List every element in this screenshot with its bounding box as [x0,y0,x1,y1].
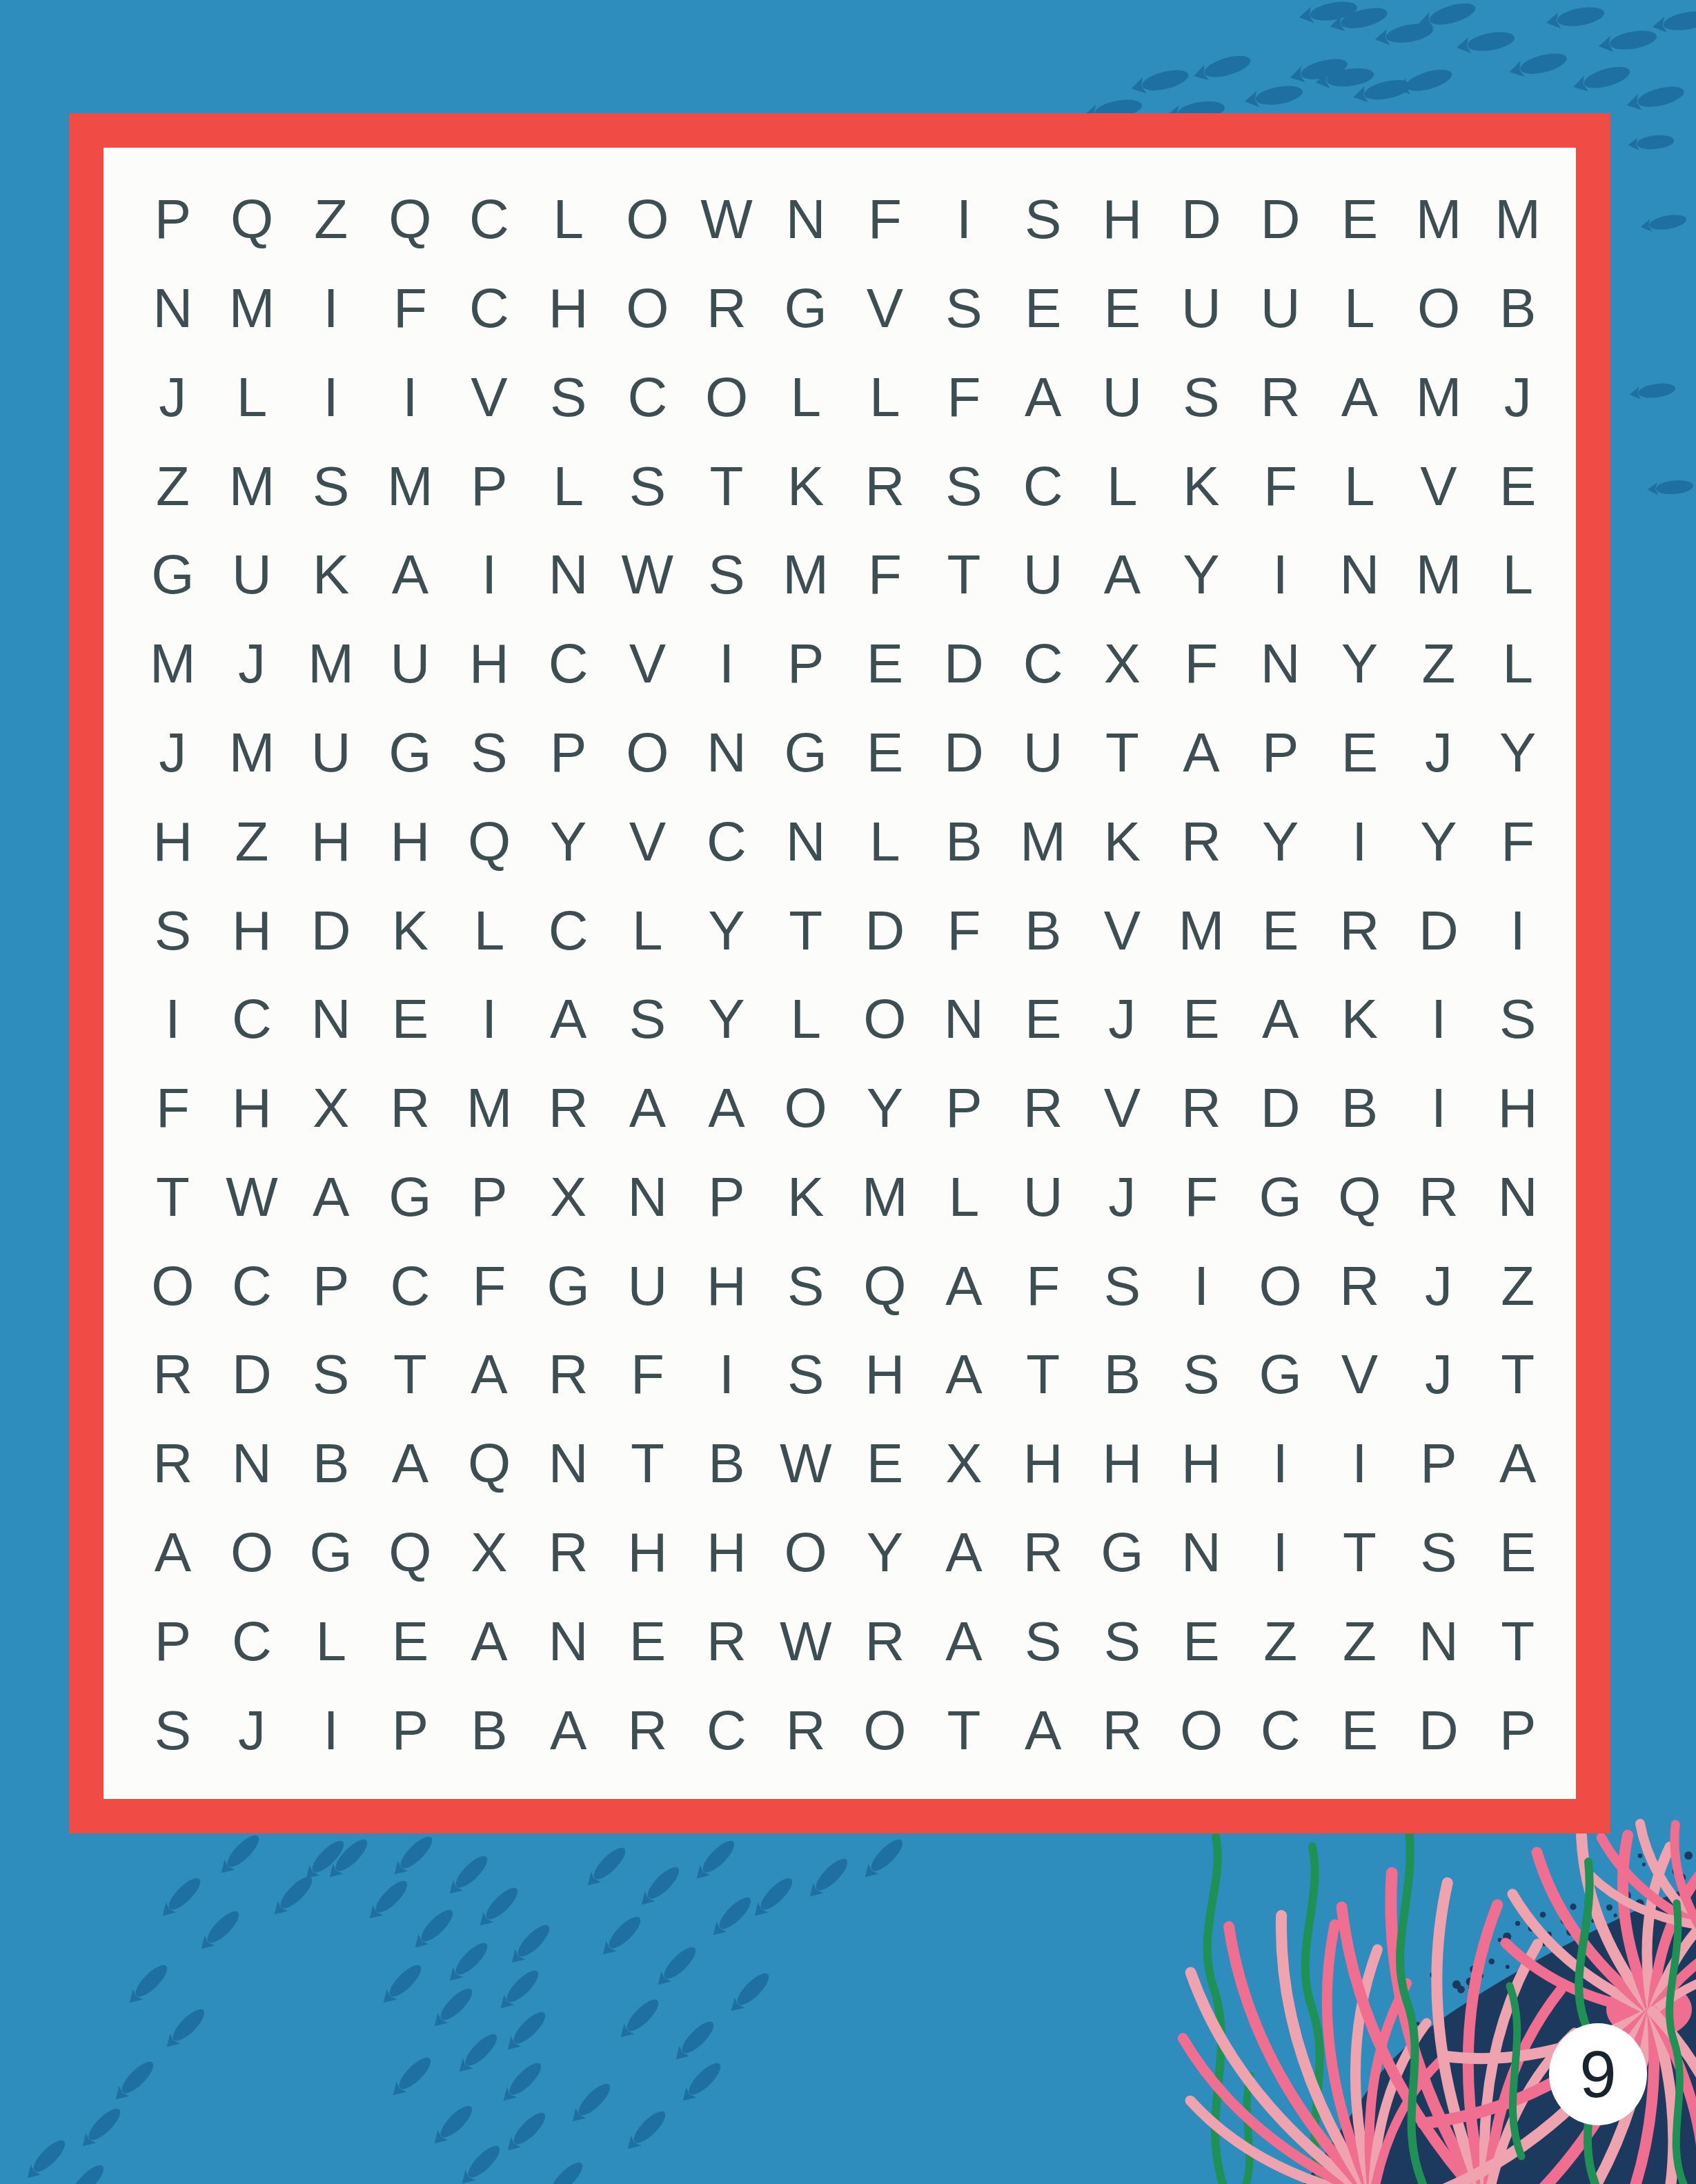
grid-cell: A [925,1597,1004,1686]
grid-letter: A [1025,370,1061,425]
fish-icon [444,1938,492,1986]
grid-cell: S [608,442,687,531]
grid-letter: P [708,1170,745,1225]
fish-icon [598,1912,645,1960]
grid-letter: X [313,1081,349,1136]
grid-letter: S [1104,1259,1141,1314]
fish-icon [1647,479,1695,496]
grid-letter: M [1416,547,1462,602]
fish-icon [860,1835,907,1882]
grid-letter: R [865,459,905,514]
grid-letter: H [1102,192,1142,247]
grid-cell: P [133,175,213,264]
grid-cell: V [1083,1064,1162,1153]
grid-letter: G [151,547,194,602]
grid-cell: M [213,442,292,531]
grid-letter: R [1102,1703,1142,1758]
grid-letter: Z [156,459,190,514]
grid-cell: H [291,797,371,886]
grid-letter: I [719,1347,734,1402]
grid-cell: E [1478,442,1557,531]
grid-cell: E [1320,175,1399,264]
grid-letter: Y [550,814,586,869]
grid-letter: K [787,459,824,514]
grid-cell: C [1241,1686,1320,1775]
grid-letter: L [1502,547,1533,602]
grid-letter: A [945,1525,982,1580]
seaweed-icon [1246,2076,1250,2184]
fish-icon [1545,4,1606,31]
grid-cell: Q [371,1508,450,1597]
grid-cell: D [1399,1686,1479,1775]
grid-letter: Q [863,1259,906,1314]
grid-letter: E [1183,1614,1219,1669]
grid-letter: Z [314,192,348,247]
grid-cell: Q [845,1241,925,1330]
grid-cell: K [1162,442,1241,531]
grid-letter: H [865,1347,905,1402]
fish-icon [22,2136,70,2183]
grid-cell: P [925,1064,1004,1153]
grid-letter: L [553,459,584,514]
grid-letter: D [232,1347,272,1402]
grid-letter: R [390,1081,430,1136]
grid-letter: V [1341,1347,1378,1402]
grid-letter: O [785,1081,827,1136]
fish-icon [1130,66,1191,97]
grid-letter: F [1263,459,1297,514]
grid-cell: Z [1241,1597,1320,1686]
grid-letter: L [949,1170,980,1225]
grid-letter: E [1341,192,1378,247]
grid-letter: E [1499,459,1536,514]
grid-cell: B [1083,1330,1162,1419]
grid-cell: B [1478,264,1557,353]
grid-cell: N [1478,1153,1557,1242]
grid-cell: L [529,442,608,531]
grid-cell: G [1083,1508,1162,1597]
grid-letter: T [947,1703,981,1758]
grid-cell: H [1003,1419,1083,1508]
grid-letter: L [553,192,584,247]
grid-cell: T [371,1330,450,1419]
fish-icon [622,2107,670,2154]
grid-letter: S [787,1259,824,1314]
grid-letter: R [1181,814,1221,869]
grid-cell: F [608,1330,687,1419]
grid-cell: H [529,264,608,353]
grid-cell: A [1320,353,1399,442]
grid-cell: I [133,975,213,1064]
grid-cell: T [1478,1597,1557,1686]
grid-letter: E [1104,281,1141,336]
grid-cell: K [766,1153,845,1242]
grid-cell: Y [1478,709,1557,798]
grid-cell: A [687,1064,767,1153]
grid-letter: U [1023,547,1063,602]
grid-cell: O [1241,1241,1320,1330]
grid-letter: S [1420,1525,1457,1580]
grid-letter: C [390,1259,430,1314]
grid-letter: Z [1343,1614,1377,1669]
grid-letter: F [156,1081,190,1136]
grid-letter: M [862,1170,908,1225]
speckle-dot [1570,1904,1576,1910]
grid-letter: M [229,459,275,514]
grid-letter: A [550,992,586,1047]
grid-letter: S [1025,1614,1061,1669]
fish-icon [475,1883,522,1931]
grid-cell: A [371,1419,450,1508]
grid-cell: S [766,1330,845,1419]
grid-letter: G [388,725,431,780]
grid-letter: P [1499,1703,1536,1758]
speckle-dot [1613,1914,1617,1917]
grid-letter: J [1108,992,1136,1047]
grid-letter: X [1104,636,1141,691]
grid-letter: W [700,192,753,247]
grid-cell: X [529,1153,608,1242]
grid-cell: D [1241,1064,1320,1153]
grid-cell: K [1083,797,1162,886]
grid-letter: F [1185,636,1219,691]
grid-cell: I [687,620,767,709]
grid-cell: I [1320,1419,1399,1508]
grid-cell: H [687,1508,767,1597]
grid-cell: J [1083,1153,1162,1242]
grid-cell: S [1399,1508,1479,1597]
grid-letter: N [549,547,589,602]
grid-letter: I [402,370,417,425]
grid-letter: A [392,1436,428,1491]
grid-cell: K [766,442,845,531]
grid-cell: D [1399,886,1479,975]
grid-letter: H [1498,1081,1538,1136]
grid-cell: M [450,1064,529,1153]
grid-cell: Z [133,442,213,531]
grid-cell: I [1241,1508,1320,1597]
grid-cell: C [529,886,608,975]
grid-cell: A [1162,709,1241,798]
fish-icon [410,1905,457,1953]
grid-cell: C [1003,442,1083,531]
grid-letter: U [1261,281,1301,336]
grid-cell: D [845,886,925,975]
fish-school-top-right-icon [1083,0,1696,124]
grid-cell: A [450,1330,529,1419]
grid-letter: J [238,1703,266,1758]
grid-cell: Q [371,175,450,264]
grid-letter: S [550,370,586,425]
speckle-dot [1642,1862,1646,1866]
grid-cell: A [529,975,608,1064]
grid-cell: I [1241,1419,1320,1508]
grid-cell: I [291,1686,371,1775]
grid-letter: W [622,547,674,602]
grid-letter: F [1026,1259,1060,1314]
grid-letter: N [1419,1614,1459,1669]
grid-letter: A [1183,725,1219,780]
grid-cell: W [766,1597,845,1686]
grid-letter: A [1104,547,1141,602]
grid-cell: S [1478,975,1557,1064]
grid-letter: J [1425,1259,1452,1314]
grid-cell: U [1241,264,1320,353]
grid-letter: Y [1420,814,1457,869]
grid-letter: Y [708,903,745,958]
grid-cell: L [1478,620,1557,709]
grid-letter: V [471,370,507,425]
grid-cell: N [133,264,213,353]
grid-letter: M [1495,192,1541,247]
grid-cell: H [608,1508,687,1597]
grid-letter: H [469,636,509,691]
grid-cell: L [766,353,845,442]
grid-cell: U [1003,531,1083,620]
grid-cell: R [529,1508,608,1597]
fish-icon [1639,213,1688,234]
grid-letter: Z [1501,1259,1535,1314]
grid-letter: V [1104,903,1141,958]
page-number-badge: 9 [1549,2023,1647,2125]
grid-cell: T [1320,1508,1399,1597]
grid-letter: T [393,1347,427,1402]
grid-letter: R [1023,1525,1063,1580]
grid-letter: N [944,992,984,1047]
grid-cell: W [213,1153,292,1242]
grid-letter: U [1023,1170,1063,1225]
speckle-dot [1606,1905,1613,1911]
fish-icon [429,1984,477,2031]
grid-letter: A [471,1347,507,1402]
grid-cell: L [845,353,925,442]
grid-letter: F [947,903,981,958]
grid-letter: U [311,725,351,780]
fish-icon [378,1960,426,2008]
grid-letter: G [1259,1347,1302,1402]
speckle-dot [1638,1853,1643,1858]
grid-letter: W [226,1170,278,1225]
grid-letter: O [1180,1703,1223,1758]
grid-letter: A [708,1081,745,1136]
grid-cell: L [213,353,292,442]
grid-letter: M [387,459,433,514]
grid-letter: H [1102,1436,1142,1491]
fish-icon [77,2104,125,2152]
grid-cell: M [1399,175,1479,264]
grid-cell: D [213,1330,292,1419]
grid-cell: Z [1320,1597,1399,1686]
fish-icon [269,1872,317,1920]
grid-letter: V [629,636,666,691]
grid-letter: Y [1262,814,1299,869]
grid-cell: A [1003,1686,1083,1775]
grid-cell: R [845,442,925,531]
grid-cell: A [1003,353,1083,442]
fish-icon [502,2007,550,2055]
grid-cell: E [1003,975,1083,1064]
grid-letter: G [785,725,827,780]
grid-cell: V [845,264,925,353]
grid-letter: L [1502,636,1533,691]
grid-cell: R [687,264,767,353]
grid-cell: N [291,975,371,1064]
grid-letter: A [945,1614,982,1669]
grid-cell: S [1162,1330,1241,1419]
grid-letter: C [1023,459,1063,514]
grid-letter: L [632,903,663,958]
speckle-dot [1684,1851,1693,1860]
grid-letter: Y [867,1081,903,1136]
grid-cell: P [1478,1686,1557,1775]
grid-letter: Z [1263,1614,1297,1669]
grid-letter: N [707,725,747,780]
grid-cell: S [529,353,608,442]
grid-letter: E [1183,992,1219,1047]
grid-cell: U [1083,353,1162,442]
grid-cell: F [1241,442,1320,531]
grid-letter: T [1343,1525,1377,1580]
grid-cell: W [687,175,767,264]
grid-letter: L [474,903,505,958]
grid-letter: M [229,725,275,780]
grid-letter: L [869,370,900,425]
grid-letter: H [1023,1436,1063,1491]
grid-cell: H [687,1241,767,1330]
grid-letter: R [865,1614,905,1669]
fish-icon [1651,8,1696,35]
grid-cell: L [1320,442,1399,531]
grid-cell: Z [291,175,371,264]
grid-letter: I [165,992,180,1047]
fish-icon [671,2017,718,2065]
grid-letter: I [1273,1525,1288,1580]
grid-letter: D [1419,903,1459,958]
grid-letter: E [392,1614,428,1669]
grid-cell: R [1320,1241,1399,1330]
grid-cell: H [371,797,450,886]
grid-cell: E [1320,1686,1399,1775]
grid-letter: B [1025,903,1061,958]
grid-cell: R [1241,353,1320,442]
grid-letter: K [313,547,349,602]
fish-icon [691,1836,739,1884]
grid-letter: F [393,281,427,336]
grid-letter: I [1194,1259,1209,1314]
grid-letter: M [1416,370,1462,425]
grid-cell: Z [213,797,292,886]
grid-letter: R [1339,1259,1379,1314]
grid-cell: R [1320,886,1399,975]
grid-cell: Y [845,1064,925,1153]
grid-cell: E [371,975,450,1064]
grid-cell: H [1083,175,1162,264]
grid-cell: T [133,1153,213,1242]
grid-letter: C [707,1703,747,1758]
grid-letter: Q [230,192,273,247]
grid-cell: E [371,1597,450,1686]
grid-letter: Q [468,1436,511,1491]
grid-letter: F [947,370,981,425]
grid-letter: M [1020,814,1066,869]
grid-cell: A [371,531,450,620]
grid-letter: F [1185,1170,1219,1225]
grid-letter: H [232,1081,272,1136]
grid-cell: I [1399,1064,1479,1153]
grid-letter: A [945,1259,982,1314]
grid-cell: M [1399,353,1479,442]
grid-cell: D [1241,175,1320,264]
grid-cell: C [213,975,292,1064]
grid-cell: M [845,1153,925,1242]
fish-icon [749,1873,797,1921]
fish-icon [429,2101,477,2149]
grid-cell: B [450,1686,529,1775]
grid-letter: U [390,636,430,691]
grid-letter: P [392,1703,428,1758]
grid-cell: G [133,531,213,620]
grid-cell: H [450,620,529,709]
grid-letter: A [313,1170,349,1225]
grid-letter: Z [1422,636,1456,691]
grid-cell: A [1241,975,1320,1064]
grid-letter: L [315,1614,346,1669]
grid-cell: K [291,531,371,620]
grid-cell: S [1003,1597,1083,1686]
grid-letter: P [945,1081,982,1136]
grid-cell: Q [450,1419,529,1508]
grid-cell: H [1083,1419,1162,1508]
grid-letter: F [868,547,902,602]
grid-cell: F [450,1241,529,1330]
grid-cell: B [1003,886,1083,975]
grid-letter: R [1261,370,1301,425]
grid-letter: Q [388,192,431,247]
grid-letter: N [152,281,193,336]
grid-letter: H [627,1525,667,1580]
grid-letter: E [1341,1703,1378,1758]
grid-letter: J [159,725,186,780]
fish-icon [161,2005,209,2052]
grid-letter: P [471,459,507,514]
grid-cell: N [1320,531,1399,620]
grid-cell: E [1241,886,1320,975]
grid-letter: E [629,1614,666,1669]
grid-letter: T [1501,1614,1535,1669]
grid-letter: O [230,1525,273,1580]
grid-cell: N [1241,620,1320,709]
grid-cell: Y [687,886,767,975]
grid-letter: T [710,459,744,514]
grid-cell: W [608,531,687,620]
grid-cell: R [371,1064,450,1153]
grid-letter: M [150,636,196,691]
grid-cell: O [1399,264,1479,353]
grid-cell: J [133,353,213,442]
grid-cell: J [213,1686,292,1775]
grid-cell: Q [450,797,529,886]
speckle-dot [1457,1986,1465,1994]
grid-letter: W [780,1614,832,1669]
grid-cell: G [529,1241,608,1330]
grid-cell: N [213,1419,292,1508]
grid-letter: M [308,636,354,691]
grid-letter: U [232,547,272,602]
fish-icon [615,1995,663,2043]
grid-letter: C [627,370,667,425]
grid-cell: E [845,1419,925,1508]
grid-cell: X [1083,620,1162,709]
